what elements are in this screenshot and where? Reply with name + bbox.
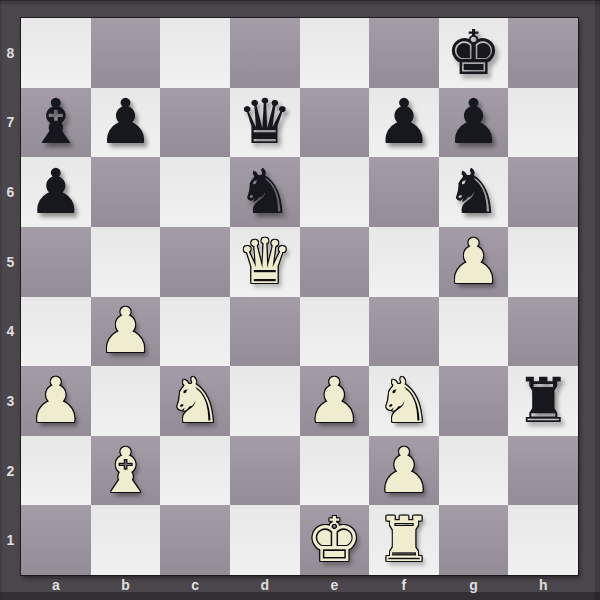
- white-pawn[interactable]: ♟: [98, 300, 154, 362]
- square-c5[interactable]: [160, 227, 230, 297]
- white-pawn[interactable]: ♟: [28, 370, 84, 432]
- file-label-b: b: [91, 575, 161, 594]
- rank-label-1: 1: [0, 505, 21, 575]
- square-c1[interactable]: [160, 505, 230, 575]
- black-pawn[interactable]: ♟: [28, 161, 84, 223]
- square-b8[interactable]: [91, 18, 161, 88]
- white-queen[interactable]: ♛: [237, 231, 293, 293]
- square-h2[interactable]: [508, 436, 578, 506]
- square-f8[interactable]: [369, 18, 439, 88]
- square-a7[interactable]: ♝: [21, 88, 91, 158]
- square-d5[interactable]: ♛: [230, 227, 300, 297]
- board-frame: 87654321 ♚♝♟♛♟♟♟♞♞♛♟♟♟♞♟♞♜♝♟♚♜ abcdefgh: [0, 0, 600, 600]
- square-f1[interactable]: ♜: [369, 505, 439, 575]
- square-d3[interactable]: [230, 366, 300, 436]
- square-c8[interactable]: [160, 18, 230, 88]
- square-b1[interactable]: [91, 505, 161, 575]
- square-a6[interactable]: ♟: [21, 157, 91, 227]
- square-h1[interactable]: [508, 505, 578, 575]
- square-g3[interactable]: [439, 366, 509, 436]
- white-bishop[interactable]: ♝: [98, 440, 154, 502]
- square-b5[interactable]: [91, 227, 161, 297]
- white-rook[interactable]: ♜: [376, 509, 432, 571]
- file-label-g: g: [439, 575, 509, 594]
- square-b3[interactable]: [91, 366, 161, 436]
- square-e5[interactable]: [300, 227, 370, 297]
- black-king[interactable]: ♚: [446, 22, 502, 84]
- chess-board[interactable]: ♚♝♟♛♟♟♟♞♞♛♟♟♟♞♟♞♜♝♟♚♜: [21, 18, 578, 575]
- square-g7[interactable]: ♟: [439, 88, 509, 158]
- square-b4[interactable]: ♟: [91, 297, 161, 367]
- square-f4[interactable]: [369, 297, 439, 367]
- file-label-f: f: [369, 575, 439, 594]
- white-pawn[interactable]: ♟: [307, 370, 363, 432]
- square-g4[interactable]: [439, 297, 509, 367]
- square-a8[interactable]: [21, 18, 91, 88]
- square-f5[interactable]: [369, 227, 439, 297]
- square-h8[interactable]: [508, 18, 578, 88]
- file-label-e: e: [300, 575, 370, 594]
- square-g2[interactable]: [439, 436, 509, 506]
- black-pawn[interactable]: ♟: [446, 91, 502, 153]
- white-knight[interactable]: ♞: [167, 370, 223, 432]
- square-a4[interactable]: [21, 297, 91, 367]
- square-g5[interactable]: ♟: [439, 227, 509, 297]
- square-e8[interactable]: [300, 18, 370, 88]
- square-f3[interactable]: ♞: [369, 366, 439, 436]
- square-e3[interactable]: ♟: [300, 366, 370, 436]
- square-e1[interactable]: ♚: [300, 505, 370, 575]
- square-h7[interactable]: [508, 88, 578, 158]
- rank-label-6: 6: [0, 157, 21, 227]
- black-bishop[interactable]: ♝: [28, 91, 84, 153]
- square-f6[interactable]: [369, 157, 439, 227]
- black-pawn[interactable]: ♟: [376, 91, 432, 153]
- square-h4[interactable]: [508, 297, 578, 367]
- square-b7[interactable]: ♟: [91, 88, 161, 158]
- square-d6[interactable]: ♞: [230, 157, 300, 227]
- square-a5[interactable]: [21, 227, 91, 297]
- square-e6[interactable]: [300, 157, 370, 227]
- square-c6[interactable]: [160, 157, 230, 227]
- square-h6[interactable]: [508, 157, 578, 227]
- square-c2[interactable]: [160, 436, 230, 506]
- white-knight[interactable]: ♞: [376, 370, 432, 432]
- file-label-a: a: [21, 575, 91, 594]
- black-rook[interactable]: ♜: [515, 370, 571, 432]
- square-g6[interactable]: ♞: [439, 157, 509, 227]
- black-pawn[interactable]: ♟: [98, 91, 154, 153]
- file-label-d: d: [230, 575, 300, 594]
- file-label-c: c: [160, 575, 230, 594]
- square-h5[interactable]: [508, 227, 578, 297]
- square-e2[interactable]: [300, 436, 370, 506]
- square-d1[interactable]: [230, 505, 300, 575]
- square-e4[interactable]: [300, 297, 370, 367]
- white-pawn[interactable]: ♟: [376, 440, 432, 502]
- square-a3[interactable]: ♟: [21, 366, 91, 436]
- square-h3[interactable]: ♜: [508, 366, 578, 436]
- white-king[interactable]: ♚: [307, 509, 363, 571]
- square-f7[interactable]: ♟: [369, 88, 439, 158]
- black-queen[interactable]: ♛: [237, 91, 293, 153]
- square-d8[interactable]: [230, 18, 300, 88]
- square-g8[interactable]: ♚: [439, 18, 509, 88]
- square-d4[interactable]: [230, 297, 300, 367]
- rank-label-3: 3: [0, 366, 21, 436]
- rank-label-4: 4: [0, 297, 21, 367]
- square-c7[interactable]: [160, 88, 230, 158]
- square-c3[interactable]: ♞: [160, 366, 230, 436]
- rank-label-7: 7: [0, 88, 21, 158]
- square-e7[interactable]: [300, 88, 370, 158]
- black-knight[interactable]: ♞: [237, 161, 293, 223]
- rank-labels: 87654321: [0, 18, 21, 575]
- rank-label-5: 5: [0, 227, 21, 297]
- rank-label-8: 8: [0, 18, 21, 88]
- rank-label-2: 2: [0, 436, 21, 506]
- file-labels: abcdefgh: [21, 575, 578, 594]
- square-f2[interactable]: ♟: [369, 436, 439, 506]
- square-a2[interactable]: [21, 436, 91, 506]
- square-c4[interactable]: [160, 297, 230, 367]
- white-pawn[interactable]: ♟: [446, 231, 502, 293]
- square-d7[interactable]: ♛: [230, 88, 300, 158]
- square-d2[interactable]: [230, 436, 300, 506]
- square-b2[interactable]: ♝: [91, 436, 161, 506]
- square-g1[interactable]: [439, 505, 509, 575]
- file-label-h: h: [508, 575, 578, 594]
- square-b6[interactable]: [91, 157, 161, 227]
- black-knight[interactable]: ♞: [446, 161, 502, 223]
- square-a1[interactable]: [21, 505, 91, 575]
